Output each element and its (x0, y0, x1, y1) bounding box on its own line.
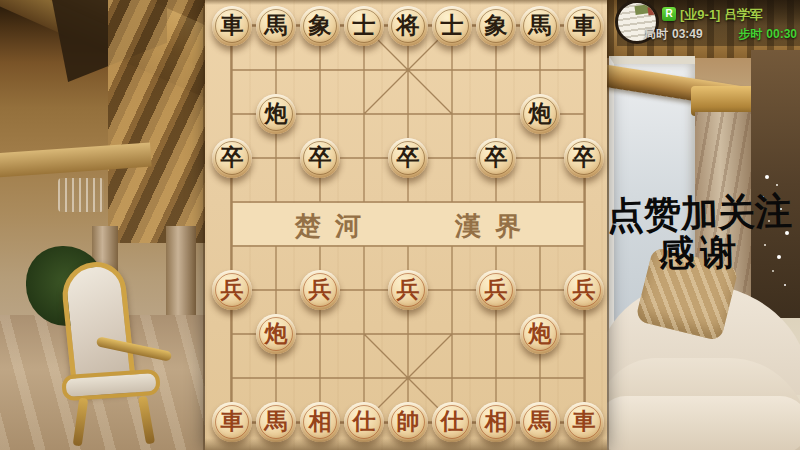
piece-character: 車 (221, 410, 244, 433)
piece-black-卒[interactable]: 卒 (388, 138, 428, 178)
game-time: 局时03:49 (644, 26, 703, 43)
piece-black-士[interactable]: 士 (344, 6, 384, 46)
player-name: 吕学军 (724, 7, 763, 22)
piece-red-相[interactable]: 相 (300, 402, 340, 442)
background-palace-left (0, 0, 207, 450)
piece-red-仕[interactable]: 仕 (344, 402, 384, 442)
streamer-overlay-text: 点赞加关注 感谢 (599, 190, 800, 276)
move-time-label: 步时 (738, 27, 762, 41)
piece-character: 将 (397, 14, 420, 37)
piece-black-炮[interactable]: 炮 (520, 94, 560, 134)
xiangqi-app-screen: 楚河 漢界 車馬象士将士象馬車炮炮卒卒卒卒卒兵兵兵兵兵炮炮車馬相仕帥仕相馬車 R… (0, 0, 800, 450)
piece-red-帥[interactable]: 帥 (388, 402, 428, 442)
piece-character: 相 (485, 410, 508, 433)
piece-character: 兵 (397, 278, 420, 301)
piece-black-車[interactable]: 車 (564, 6, 604, 46)
piece-character: 士 (353, 14, 376, 37)
crystal-chandelier (765, 175, 769, 179)
marble-column (166, 226, 196, 326)
piece-black-馬[interactable]: 馬 (520, 6, 560, 46)
piece-character: 士 (441, 14, 464, 37)
piece-character: 馬 (529, 14, 552, 37)
piece-red-兵[interactable]: 兵 (212, 270, 252, 310)
xiangqi-board[interactable]: 楚河 漢界 車馬象士将士象馬車炮炮卒卒卒卒卒兵兵兵兵兵炮炮車馬相仕帥仕相馬車 (205, 0, 607, 450)
piece-character: 車 (573, 410, 596, 433)
piece-character: 卒 (573, 146, 596, 169)
piece-character: 卒 (221, 146, 244, 169)
piece-character: 象 (309, 14, 332, 37)
piece-black-士[interactable]: 士 (432, 6, 472, 46)
piece-character: 兵 (485, 278, 508, 301)
piece-red-車[interactable]: 車 (212, 402, 252, 442)
piece-red-兵[interactable]: 兵 (300, 270, 340, 310)
piece-character: 馬 (265, 410, 288, 433)
piece-character: 相 (309, 410, 332, 433)
player-name-row: [业9-1] 吕学军 (680, 6, 763, 24)
piece-character: 仕 (353, 410, 376, 433)
piece-layer: 車馬象士将士象馬車炮炮卒卒卒卒卒兵兵兵兵兵炮炮車馬相仕帥仕相馬車 (210, 4, 606, 444)
piece-character: 馬 (529, 410, 552, 433)
piece-character: 卒 (309, 146, 332, 169)
move-time-value: 00:30 (766, 27, 797, 41)
piece-character: 卒 (397, 146, 420, 169)
piece-character: 帥 (397, 410, 420, 433)
piece-character: 炮 (265, 322, 288, 345)
piece-character: 車 (221, 14, 244, 37)
piece-black-卒[interactable]: 卒 (300, 138, 340, 178)
piece-character: 馬 (265, 14, 288, 37)
piece-black-馬[interactable]: 馬 (256, 6, 296, 46)
game-time-value: 03:49 (672, 27, 703, 41)
dark-mirror-panel (751, 50, 800, 318)
piece-black-象[interactable]: 象 (476, 6, 516, 46)
timers-row: 局时03:49 步时00:30 (644, 26, 797, 43)
piece-red-馬[interactable]: 馬 (520, 402, 560, 442)
glassware-on-shelf (58, 178, 104, 212)
piece-character: 炮 (529, 322, 552, 345)
piece-character: 炮 (265, 102, 288, 125)
gilded-pilasters (108, 0, 207, 243)
piece-red-仕[interactable]: 仕 (432, 402, 472, 442)
piece-black-炮[interactable]: 炮 (256, 94, 296, 134)
rank-badge-icon: R (662, 7, 676, 21)
piece-red-炮[interactable]: 炮 (256, 314, 296, 354)
player-info-bar: R [业9-1] 吕学军 局时03:49 步时00:30 (617, 0, 800, 46)
piece-character: 兵 (573, 278, 596, 301)
piece-black-将[interactable]: 将 (388, 6, 428, 46)
piece-black-卒[interactable]: 卒 (476, 138, 516, 178)
piece-red-兵[interactable]: 兵 (564, 270, 604, 310)
overlay-line-like-follow: 点赞加关注 (599, 190, 800, 238)
piece-character: 象 (485, 14, 508, 37)
piece-character: 卒 (485, 146, 508, 169)
piece-red-兵[interactable]: 兵 (388, 270, 428, 310)
piece-red-炮[interactable]: 炮 (520, 314, 560, 354)
piece-character: 炮 (529, 102, 552, 125)
game-time-label: 局时 (644, 27, 668, 41)
piece-black-象[interactable]: 象 (300, 6, 340, 46)
piece-red-兵[interactable]: 兵 (476, 270, 516, 310)
piece-character: 兵 (309, 278, 332, 301)
piece-black-卒[interactable]: 卒 (212, 138, 252, 178)
piece-red-車[interactable]: 車 (564, 402, 604, 442)
piece-black-車[interactable]: 車 (212, 6, 252, 46)
piece-character: 兵 (221, 278, 244, 301)
piece-red-相[interactable]: 相 (476, 402, 516, 442)
player-rank-tag: [业9-1] (680, 7, 720, 22)
piece-black-卒[interactable]: 卒 (564, 138, 604, 178)
move-time: 步时00:30 (738, 26, 797, 43)
piece-character: 仕 (441, 410, 464, 433)
piece-red-馬[interactable]: 馬 (256, 402, 296, 442)
couch-bolster (607, 396, 800, 450)
piece-character: 車 (573, 14, 596, 37)
